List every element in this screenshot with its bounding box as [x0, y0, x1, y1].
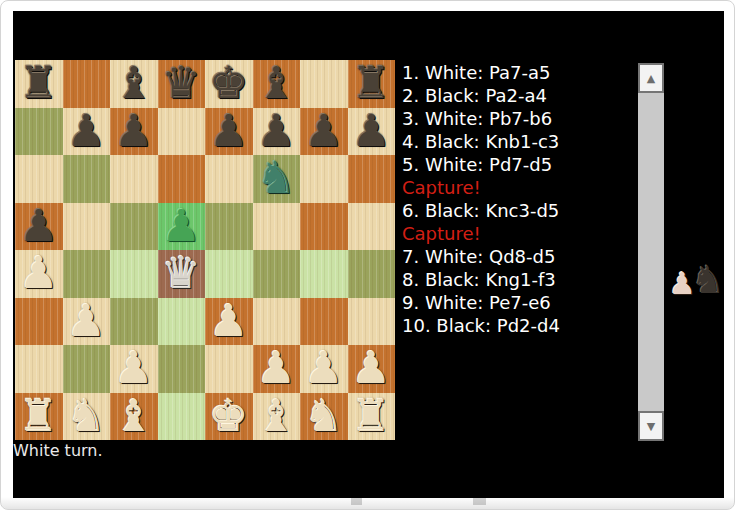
move-entry: 4. Black: Knb1-c3 — [402, 130, 640, 153]
square-b5[interactable] — [63, 203, 111, 251]
piece-green-pawn: ♟ — [162, 203, 201, 249]
square-g8[interactable] — [300, 60, 348, 108]
square-g4[interactable] — [300, 250, 348, 298]
square-a4[interactable]: ♟ — [15, 250, 63, 298]
piece-dark-pawn: ♟ — [114, 108, 153, 154]
piece-light-king: ♚ — [209, 393, 248, 439]
piece-dark-pawn: ♟ — [304, 108, 343, 154]
piece-light-knight: ♞ — [67, 393, 106, 439]
square-d7[interactable] — [158, 108, 206, 156]
move-entry: 8. Black: Kng1-f3 — [402, 268, 640, 291]
square-e1[interactable]: ♚ — [205, 393, 253, 441]
piece-light-rook: ♜ — [352, 393, 391, 439]
piece-dark-bishop: ♝ — [257, 60, 296, 106]
square-a7[interactable] — [15, 108, 63, 156]
square-a5[interactable]: ♟ — [15, 203, 63, 251]
square-g3[interactable] — [300, 298, 348, 346]
square-a8[interactable]: ♜ — [15, 60, 63, 108]
piece-light-knight: ♞ — [304, 393, 343, 439]
square-g1[interactable]: ♞ — [300, 393, 348, 441]
piece-light-pawn: ♟ — [114, 345, 153, 391]
square-e4[interactable] — [205, 250, 253, 298]
square-a6[interactable] — [15, 155, 63, 203]
square-c1[interactable]: ♝ — [110, 393, 158, 441]
scrollbar-down-button[interactable]: ▼ — [638, 411, 664, 441]
square-a3[interactable] — [15, 298, 63, 346]
piece-light-pawn: ♟ — [67, 298, 106, 344]
square-a1[interactable]: ♜ — [15, 393, 63, 441]
piece-dark-rook: ♜ — [352, 60, 391, 106]
piece-dark-pawn: ♟ — [352, 108, 391, 154]
square-b3[interactable]: ♟ — [63, 298, 111, 346]
square-c5[interactable] — [110, 203, 158, 251]
piece-light-pawn: ♟ — [352, 345, 391, 391]
turn-status-text: White turn. — [13, 441, 103, 460]
square-f6[interactable]: ♞ — [253, 155, 301, 203]
piece-teal-knight: ♞ — [257, 155, 296, 201]
square-h4[interactable] — [348, 250, 396, 298]
down-arrow-icon: ▼ — [647, 421, 655, 432]
square-f2[interactable]: ♟ — [253, 345, 301, 393]
square-h6[interactable] — [348, 155, 396, 203]
chess-board: ♜♝♛♚♝♜♟♟♟♟♟♟♞♟♟♟♛♟♟♟♟♟♟♜♞♝♚♝♞♜ — [15, 60, 395, 440]
partially-visible-button[interactable] — [473, 498, 486, 505]
move-list-scrollbar: ▲ ▼ — [638, 63, 664, 441]
piece-light-pawn: ♟ — [304, 345, 343, 391]
piece-dark-pawn: ♟ — [257, 108, 296, 154]
square-c7[interactable]: ♟ — [110, 108, 158, 156]
up-arrow-icon: ▲ — [647, 73, 655, 84]
square-e7[interactable]: ♟ — [205, 108, 253, 156]
square-e6[interactable] — [205, 155, 253, 203]
app-window: ♜♝♛♚♝♜♟♟♟♟♟♟♞♟♟♟♛♟♟♟♟♟♟♜♞♝♚♝♞♜ 1. White:… — [0, 0, 735, 510]
square-h2[interactable]: ♟ — [348, 345, 396, 393]
square-c6[interactable] — [110, 155, 158, 203]
square-e5[interactable] — [205, 203, 253, 251]
square-f4[interactable] — [253, 250, 301, 298]
piece-light-pawn: ♟ — [19, 250, 58, 296]
capture-announcement: Capture! — [402, 222, 640, 245]
move-list[interactable]: 1. White: Pa7-a52. Black: Pa2-a43. White… — [402, 61, 640, 443]
game-panel: ♜♝♛♚♝♜♟♟♟♟♟♟♞♟♟♟♛♟♟♟♟♟♟♜♞♝♚♝♞♜ 1. White:… — [13, 11, 724, 498]
square-c2[interactable]: ♟ — [110, 345, 158, 393]
square-d4[interactable]: ♛ — [158, 250, 206, 298]
move-entry: 7. White: Qd8-d5 — [402, 245, 640, 268]
captured-dark-knight: ♞ — [691, 261, 725, 299]
move-entry: 9. White: Pe7-e6 — [402, 291, 640, 314]
square-b6[interactable] — [63, 155, 111, 203]
piece-dark-king: ♚ — [209, 60, 248, 106]
square-d6[interactable] — [158, 155, 206, 203]
square-g7[interactable]: ♟ — [300, 108, 348, 156]
square-b7[interactable]: ♟ — [63, 108, 111, 156]
piece-dark-rook: ♜ — [19, 60, 58, 106]
piece-silver-queen: ♛ — [162, 250, 201, 296]
square-b8[interactable] — [63, 60, 111, 108]
piece-dark-pawn: ♟ — [209, 108, 248, 154]
square-c3[interactable] — [110, 298, 158, 346]
square-b2[interactable] — [63, 345, 111, 393]
square-f1[interactable]: ♝ — [253, 393, 301, 441]
square-f7[interactable]: ♟ — [253, 108, 301, 156]
piece-light-bishop: ♝ — [257, 393, 296, 439]
square-d2[interactable] — [158, 345, 206, 393]
square-a2[interactable] — [15, 345, 63, 393]
square-h5[interactable] — [348, 203, 396, 251]
piece-dark-pawn: ♟ — [19, 203, 58, 249]
square-b4[interactable] — [63, 250, 111, 298]
square-e2[interactable] — [205, 345, 253, 393]
move-entry: 2. Black: Pa2-a4 — [402, 84, 640, 107]
move-entry: 3. White: Pb7-b6 — [402, 107, 640, 130]
square-c8[interactable]: ♝ — [110, 60, 158, 108]
square-h8[interactable]: ♜ — [348, 60, 396, 108]
scrollbar-up-button[interactable]: ▲ — [638, 63, 664, 93]
capture-announcement: Capture! — [402, 176, 640, 199]
square-g5[interactable] — [300, 203, 348, 251]
piece-dark-queen: ♛ — [162, 60, 201, 106]
piece-light-rook: ♜ — [19, 393, 58, 439]
move-entry: 10. Black: Pd2-d4 — [402, 314, 640, 337]
square-g6[interactable] — [300, 155, 348, 203]
scrollbar-track[interactable] — [638, 93, 664, 411]
square-e3[interactable]: ♟ — [205, 298, 253, 346]
square-e8[interactable]: ♚ — [205, 60, 253, 108]
move-entry: 1. White: Pa7-a5 — [402, 61, 640, 84]
square-f3[interactable] — [253, 298, 301, 346]
square-h3[interactable] — [348, 298, 396, 346]
piece-dark-bishop: ♝ — [114, 60, 153, 106]
piece-dark-pawn: ♟ — [67, 108, 106, 154]
captured-pieces-tray: ♟♞ — [669, 249, 727, 299]
square-d8[interactable]: ♛ — [158, 60, 206, 108]
square-f5[interactable] — [253, 203, 301, 251]
square-b1[interactable]: ♞ — [63, 393, 111, 441]
square-h7[interactable]: ♟ — [348, 108, 396, 156]
square-h1[interactable]: ♜ — [348, 393, 396, 441]
square-g2[interactable]: ♟ — [300, 345, 348, 393]
square-d5[interactable]: ♟ — [158, 203, 206, 251]
piece-light-pawn: ♟ — [257, 345, 296, 391]
square-d1[interactable] — [158, 393, 206, 441]
square-c4[interactable] — [110, 250, 158, 298]
partially-visible-button[interactable] — [351, 498, 362, 505]
piece-light-bishop: ♝ — [114, 393, 153, 439]
move-entry: 6. Black: Knc3-d5 — [402, 199, 640, 222]
bottom-shadow — [1, 497, 734, 509]
piece-light-pawn: ♟ — [209, 298, 248, 344]
move-entry: 5. White: Pd7-d5 — [402, 153, 640, 176]
square-d3[interactable] — [158, 298, 206, 346]
square-f8[interactable]: ♝ — [253, 60, 301, 108]
